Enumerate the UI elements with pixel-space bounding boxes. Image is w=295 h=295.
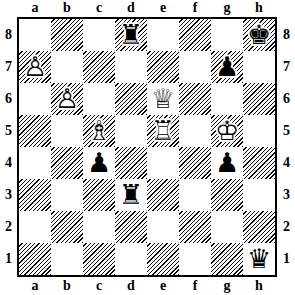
square-c6[interactable] xyxy=(83,83,115,115)
piece-glyph: ♜ xyxy=(115,179,147,211)
square-g5[interactable]: ♚♔ xyxy=(211,115,243,147)
square-f6[interactable] xyxy=(179,83,211,115)
square-h4[interactable] xyxy=(243,147,275,179)
square-g8[interactable] xyxy=(211,19,243,51)
file-label-c: c xyxy=(83,278,115,294)
piece-white-bishop-c5: ♝♗ xyxy=(83,115,115,147)
rank-label-2: 2 xyxy=(279,219,294,235)
file-label-g: g xyxy=(211,278,243,294)
square-h7[interactable] xyxy=(243,51,275,83)
square-a2[interactable] xyxy=(19,211,51,243)
file-label-a: a xyxy=(19,0,51,16)
square-a3[interactable] xyxy=(19,179,51,211)
square-c1[interactable] xyxy=(83,243,115,275)
square-c2[interactable] xyxy=(83,211,115,243)
square-f2[interactable] xyxy=(179,211,211,243)
square-b1[interactable] xyxy=(51,243,83,275)
square-b7[interactable] xyxy=(51,51,83,83)
square-e3[interactable] xyxy=(147,179,179,211)
square-b8[interactable] xyxy=(51,19,83,51)
square-d8[interactable]: ♜♜ xyxy=(115,19,147,51)
square-g4[interactable]: ♟♟ xyxy=(211,147,243,179)
square-c8[interactable] xyxy=(83,19,115,51)
square-c5[interactable]: ♝♗ xyxy=(83,115,115,147)
file-label-h: h xyxy=(243,278,275,294)
rank-label-1: 1 xyxy=(1,251,16,267)
piece-glyph: ♟ xyxy=(83,147,115,179)
piece-black-queen-h1: ♛♛ xyxy=(243,243,275,275)
rank-label-3: 3 xyxy=(279,187,294,203)
chess-board: ♜♜♚♚♟♙♟♟♟♙♛♕♝♗♜♖♚♔♟♟♟♟♜♜♛♛ xyxy=(17,17,277,277)
piece-glyph: ♖ xyxy=(147,115,179,147)
square-e2[interactable] xyxy=(147,211,179,243)
square-f3[interactable] xyxy=(179,179,211,211)
rank-label-7: 7 xyxy=(279,59,294,75)
file-label-f: f xyxy=(179,278,211,294)
piece-white-rook-e5: ♜♖ xyxy=(147,115,179,147)
file-label-b: b xyxy=(51,278,83,294)
square-b3[interactable] xyxy=(51,179,83,211)
rank-label-8: 8 xyxy=(279,27,294,43)
piece-glyph: ♕ xyxy=(147,83,179,115)
file-label-e: e xyxy=(147,0,179,16)
square-d1[interactable] xyxy=(115,243,147,275)
square-d7[interactable] xyxy=(115,51,147,83)
square-a8[interactable] xyxy=(19,19,51,51)
piece-glyph: ♙ xyxy=(19,51,51,83)
file-labels-top: abcdefgh xyxy=(19,0,275,16)
rank-label-3: 3 xyxy=(1,187,16,203)
rank-label-1: 1 xyxy=(279,251,294,267)
square-f8[interactable] xyxy=(179,19,211,51)
rank-label-4: 4 xyxy=(1,155,16,171)
square-g6[interactable] xyxy=(211,83,243,115)
rank-label-6: 6 xyxy=(1,91,16,107)
piece-glyph: ♛ xyxy=(243,243,275,275)
square-b5[interactable] xyxy=(51,115,83,147)
piece-glyph: ♙ xyxy=(51,83,83,115)
rank-label-5: 5 xyxy=(279,123,294,139)
piece-black-pawn-c4: ♟♟ xyxy=(83,147,115,179)
square-h3[interactable] xyxy=(243,179,275,211)
square-a6[interactable] xyxy=(19,83,51,115)
square-h6[interactable] xyxy=(243,83,275,115)
rank-labels-left: 87654321 xyxy=(1,19,16,275)
square-e4[interactable] xyxy=(147,147,179,179)
square-a5[interactable] xyxy=(19,115,51,147)
rank-label-8: 8 xyxy=(1,27,16,43)
file-label-c: c xyxy=(83,0,115,16)
piece-glyph: ♗ xyxy=(83,115,115,147)
piece-white-pawn-a7: ♟♙ xyxy=(19,51,51,83)
rank-label-4: 4 xyxy=(279,155,294,171)
square-c4[interactable]: ♟♟ xyxy=(83,147,115,179)
square-f1[interactable] xyxy=(179,243,211,275)
piece-white-pawn-b6: ♟♙ xyxy=(51,83,83,115)
piece-black-king-h8: ♚♚ xyxy=(243,19,275,51)
file-label-d: d xyxy=(115,0,147,16)
square-d2[interactable] xyxy=(115,211,147,243)
square-g1[interactable] xyxy=(211,243,243,275)
square-h2[interactable] xyxy=(243,211,275,243)
piece-glyph: ♜ xyxy=(115,19,147,51)
square-g2[interactable] xyxy=(211,211,243,243)
chess-diagram: abcdefgh 87654321 ♜♜♚♚♟♙♟♟♟♙♛♕♝♗♜♖♚♔♟♟♟♟… xyxy=(0,0,295,295)
square-d3[interactable]: ♜♜ xyxy=(115,179,147,211)
square-a7[interactable]: ♟♙ xyxy=(19,51,51,83)
file-label-b: b xyxy=(51,0,83,16)
square-e7[interactable] xyxy=(147,51,179,83)
square-g3[interactable] xyxy=(211,179,243,211)
file-label-e: e xyxy=(147,278,179,294)
piece-glyph: ♔ xyxy=(211,115,243,147)
file-labels-bottom: abcdefgh xyxy=(19,278,275,294)
square-c3[interactable] xyxy=(83,179,115,211)
file-label-d: d xyxy=(115,278,147,294)
piece-glyph: ♟ xyxy=(211,147,243,179)
square-f4[interactable] xyxy=(179,147,211,179)
rank-label-7: 7 xyxy=(1,59,16,75)
square-e1[interactable] xyxy=(147,243,179,275)
square-h8[interactable]: ♚♚ xyxy=(243,19,275,51)
rank-labels-right: 87654321 xyxy=(279,19,294,275)
piece-black-rook-d3: ♜♜ xyxy=(115,179,147,211)
square-b4[interactable] xyxy=(51,147,83,179)
file-label-h: h xyxy=(243,0,275,16)
piece-black-rook-d8: ♜♜ xyxy=(115,19,147,51)
rank-label-6: 6 xyxy=(279,91,294,107)
square-d4[interactable] xyxy=(115,147,147,179)
file-label-a: a xyxy=(19,278,51,294)
file-label-f: f xyxy=(179,0,211,16)
square-b2[interactable] xyxy=(51,211,83,243)
square-e8[interactable] xyxy=(147,19,179,51)
square-d6[interactable] xyxy=(115,83,147,115)
square-e5[interactable]: ♜♖ xyxy=(147,115,179,147)
rank-label-5: 5 xyxy=(1,123,16,139)
rank-label-2: 2 xyxy=(1,219,16,235)
square-h1[interactable]: ♛♛ xyxy=(243,243,275,275)
piece-black-pawn-g7: ♟♟ xyxy=(211,51,243,83)
piece-black-pawn-g4: ♟♟ xyxy=(211,147,243,179)
square-h5[interactable] xyxy=(243,115,275,147)
piece-glyph: ♟ xyxy=(211,51,243,83)
piece-white-king-g5: ♚♔ xyxy=(211,115,243,147)
square-g7[interactable]: ♟♟ xyxy=(211,51,243,83)
piece-glyph: ♚ xyxy=(243,19,275,51)
file-label-g: g xyxy=(211,0,243,16)
square-f5[interactable] xyxy=(179,115,211,147)
piece-white-queen-e6: ♛♕ xyxy=(147,83,179,115)
square-d5[interactable] xyxy=(115,115,147,147)
square-e6[interactable]: ♛♕ xyxy=(147,83,179,115)
square-b6[interactable]: ♟♙ xyxy=(51,83,83,115)
square-c7[interactable] xyxy=(83,51,115,83)
square-a4[interactable] xyxy=(19,147,51,179)
square-f7[interactable] xyxy=(179,51,211,83)
square-a1[interactable] xyxy=(19,243,51,275)
